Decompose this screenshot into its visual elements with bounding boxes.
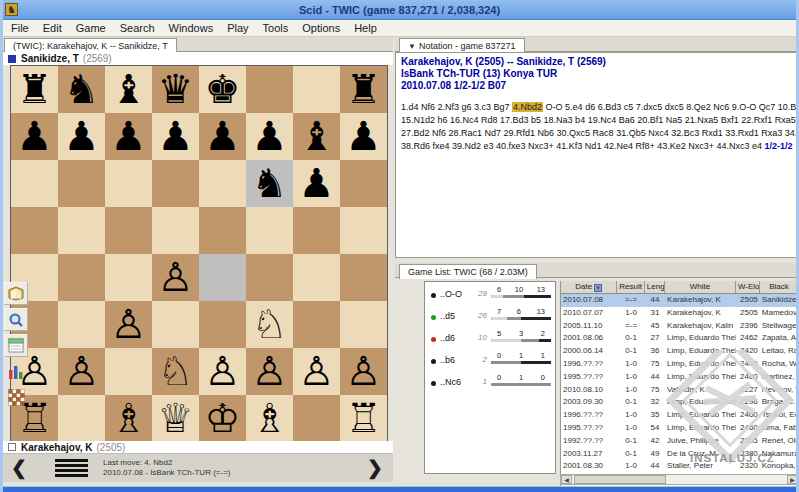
cell-length: 32 <box>645 396 665 409</box>
square-b6[interactable] <box>58 160 105 207</box>
square-b4[interactable] <box>58 254 105 301</box>
square-c4[interactable] <box>105 254 152 301</box>
square-d6[interactable] <box>152 160 199 207</box>
dropdown-triangle-icon: ▼ <box>408 42 416 51</box>
win-draw-loss-bar: 7613 <box>491 307 551 320</box>
white-king[interactable]: ♔ <box>199 395 246 442</box>
cell-length: 44 <box>645 460 665 473</box>
cell-white: Limp, Eduardo Thelio <box>665 358 736 371</box>
cell-result: 1-0 <box>617 422 644 435</box>
cell-black: Lima, Fabiano <box>760 422 799 435</box>
menu-item-game[interactable]: Game <box>69 22 113 34</box>
cell-result: 0-1 <box>617 332 644 345</box>
black-pawn[interactable]: ♟ <box>105 113 152 160</box>
cell-length: 42 <box>645 435 665 448</box>
column-header-date[interactable]: Date▼ <box>561 281 617 293</box>
square-e5[interactable] <box>199 207 246 254</box>
menu-item-help[interactable]: Help <box>347 22 384 34</box>
tree-move-row[interactable]: ..Nc61010 <box>425 370 555 392</box>
cell-date: 1995.??.?? <box>561 371 617 384</box>
cell-result: 0-1 <box>617 396 644 409</box>
black-queen[interactable]: ♛ <box>152 66 199 113</box>
game-row[interactable]: 2001.08.060-127Limp, Eduardo Thelio2462Z… <box>561 332 799 345</box>
cell-white: Limp, Eduardo Thelio <box>665 409 736 422</box>
cell-white: De la Cruz, M. <box>665 448 736 461</box>
square-c6[interactable] <box>105 160 152 207</box>
move-marker-dot <box>431 315 436 320</box>
square-f8[interactable] <box>246 66 293 113</box>
cell-result: 1-0 <box>617 409 644 422</box>
notation-tabstrip: ▼Notation - game 837271 <box>395 37 799 52</box>
tree-move-label: ..d6 <box>440 333 455 343</box>
cell-black: Martinez, Carlo <box>760 371 799 384</box>
square-a5[interactable] <box>11 207 58 254</box>
square-h6[interactable] <box>340 160 387 207</box>
square-h5[interactable] <box>340 207 387 254</box>
black-pawn[interactable]: ♟ <box>293 160 340 207</box>
cell-w-elo: 2227 <box>736 384 760 397</box>
tree-move-row[interactable]: ..b62011 <box>425 348 555 370</box>
scrollbar-thumb[interactable] <box>574 475 666 484</box>
white-pawn[interactable]: ♙ <box>340 348 387 395</box>
menu-item-file[interactable]: File <box>4 22 36 34</box>
bottom-player-rating: (2505) <box>97 442 126 453</box>
game-row[interactable]: 2005.11.10=-=45Karakehajov, Kalin2396Ste… <box>561 320 799 333</box>
tree-move-label: ..d5 <box>440 311 455 321</box>
white-bishop[interactable]: ♗ <box>246 395 293 442</box>
square-a7[interactable]: ♟ <box>11 113 58 160</box>
tree-move-row[interactable]: ..d5267613 <box>425 304 555 326</box>
move-marker-dot <box>431 359 436 364</box>
cell-length: 36 <box>645 345 665 358</box>
square-d4[interactable]: ♙ <box>152 254 199 301</box>
black-king[interactable]: ♚ <box>199 66 246 113</box>
board-tab[interactable]: (TWIC): Karakehajov, K -- Sanikidze, T <box>4 38 177 53</box>
cell-date: 2010.07.07 <box>561 307 617 320</box>
cell-result: 1-0 <box>617 307 644 320</box>
square-c1[interactable]: ♗ <box>105 395 152 442</box>
cell-result: 0-1 <box>617 345 644 358</box>
square-g8[interactable] <box>293 66 340 113</box>
menu-bar: FileEditGameSearchWindowsPlayToolsOption… <box>0 20 799 37</box>
square-d1[interactable]: ♕ <box>152 395 199 442</box>
cell-w-elo: 2460 <box>736 422 760 435</box>
game-row[interactable]: 2003.09.300-132Limp, Eduardo Thelio2296B… <box>561 396 799 409</box>
cell-length: 49 <box>645 448 665 461</box>
white-pawn[interactable]: ♙ <box>246 348 293 395</box>
cell-white: Limp, Eduardo Thelio <box>665 422 736 435</box>
current-move[interactable]: 4.Nbd2 <box>512 102 543 112</box>
white-pawn[interactable]: ♙ <box>293 348 340 395</box>
event-line: IsBank TCh-TUR (13) Konya TUR <box>401 68 797 80</box>
cell-date: 1996.??.?? <box>561 409 617 422</box>
menu-item-edit[interactable]: Edit <box>36 22 69 34</box>
square-f3[interactable]: ♘ <box>246 301 293 348</box>
gamelist-tabstrip: Game List: TWIC (68 / 2.03M) <box>395 263 799 278</box>
cell-black: Stellwagen, Da <box>760 320 799 333</box>
black-pawn[interactable]: ♟ <box>152 113 199 160</box>
black-side-icon <box>8 55 16 63</box>
cell-w-elo: 2320 <box>736 460 760 473</box>
square-e8[interactable]: ♚ <box>199 66 246 113</box>
move-marker-dot <box>431 337 436 342</box>
tree-move-count: 2 <box>471 355 487 364</box>
notation-panel[interactable]: Karakehajov, K (2505) -- Sanikidze, T (2… <box>395 52 799 258</box>
square-d2[interactable]: ♘ <box>152 348 199 395</box>
game-row[interactable]: 2001.08.301-044Staller, Peter2320Konopka… <box>561 460 799 473</box>
column-header-w-elo[interactable]: W-Elo <box>736 281 760 293</box>
book-icon[interactable] <box>4 282 28 305</box>
move-tree-panel[interactable]: ..O-O2961013..d5267613..d610532..b62011.… <box>424 281 556 474</box>
column-header-result[interactable]: Result <box>617 281 645 293</box>
top-player-bar: Sanikidze, T (2569) <box>3 52 393 65</box>
tree-move-label: ..O-O <box>440 289 462 299</box>
black-knight[interactable]: ♞ <box>246 160 293 207</box>
black-rook[interactable]: ♜ <box>11 66 58 113</box>
square-d7[interactable]: ♟ <box>152 113 199 160</box>
moves-line-3[interactable]: 27.Bd2 Nf6 28.Rac1 Nd7 29.Rfd1 Nb6 30.Qx… <box>401 127 797 140</box>
date-result-eco-line: 2010.07.08 1/2-1/2 B07 <box>401 80 797 92</box>
cell-white: Limp, Eduardo Thelio <box>665 345 736 358</box>
cell-length: 45 <box>645 320 665 333</box>
cell-w-elo: 2305 <box>736 435 760 448</box>
game-row[interactable]: 1996.??.??1-035Limp, Eduardo Thelio2460T… <box>561 409 799 422</box>
cell-black: Mamedov, Nid <box>760 307 799 320</box>
scroll-left-icon[interactable]: ◀ <box>561 475 572 484</box>
cell-white: Karakehajov, K <box>665 294 736 307</box>
cell-black: Nakamura, H. <box>760 448 799 461</box>
cell-date: 1996.??.?? <box>561 358 617 371</box>
win-draw-loss-bar: 532 <box>491 329 551 342</box>
table-header: Date▼ResultLengthWhiteW-EloBlack <box>561 281 799 294</box>
square-d8[interactable]: ♛ <box>152 66 199 113</box>
game-row[interactable]: 1995.??.??1-044Limp, Eduardo Thelio2460M… <box>561 371 799 384</box>
tree-move-label: ..Nc6 <box>440 377 461 387</box>
square-e2[interactable]: ♙ <box>199 348 246 395</box>
cell-white: Vafiadis, K <box>665 384 736 397</box>
tree-move-row[interactable]: ..d610532 <box>425 326 555 348</box>
tree-move-count: 29 <box>471 289 487 298</box>
square-g3[interactable] <box>293 301 340 348</box>
square-h4[interactable] <box>340 254 387 301</box>
cell-w-elo: 2396 <box>736 320 760 333</box>
cell-result: 1-0 <box>617 358 644 371</box>
tree-move-label: ..b6 <box>440 355 455 365</box>
cell-black: Braga, C. <box>760 396 799 409</box>
cell-black: Tsuboi, Edson <box>760 409 799 422</box>
menu-item-windows[interactable]: Windows <box>162 22 221 34</box>
bottom-player-name: Karakehajov, K <box>21 442 93 453</box>
menu-item-search[interactable]: Search <box>113 22 162 34</box>
cell-date: 2003.09.30 <box>561 396 617 409</box>
black-knight[interactable]: ♞ <box>58 66 105 113</box>
tree-move-count: 26 <box>471 311 487 320</box>
tree-move-count: 10 <box>471 333 487 342</box>
square-h8[interactable]: ♜ <box>340 66 387 113</box>
cell-w-elo: 2420 <box>736 345 760 358</box>
square-e3[interactable] <box>199 301 246 348</box>
list-icon[interactable] <box>4 334 28 357</box>
window-bottom-frame <box>0 486 799 492</box>
title-bar[interactable]: ♞ Scid - TWIC (game 837,271 / 2,038,324) <box>0 0 799 20</box>
square-f1[interactable]: ♗ <box>246 395 293 442</box>
cell-w-elo: 2460 <box>736 409 760 422</box>
board-tabstrip: (TWIC): Karakehajov, K -- Sanikidze, T <box>3 37 393 52</box>
cell-date: 1995.??.?? <box>561 422 617 435</box>
cell-black: Sanikidze, T <box>760 294 799 307</box>
cell-result: 1-0 <box>617 384 644 397</box>
square-f2[interactable]: ♙ <box>246 348 293 395</box>
square-b7[interactable]: ♟ <box>58 113 105 160</box>
tree-move-count: 1 <box>471 377 487 386</box>
square-d3[interactable] <box>152 301 199 348</box>
black-pawn[interactable]: ♟ <box>246 113 293 160</box>
square-c8[interactable]: ♝ <box>105 66 152 113</box>
cell-result: 1-0 <box>617 460 644 473</box>
cell-length: 31 <box>645 307 665 320</box>
square-g5[interactable] <box>293 207 340 254</box>
square-f6[interactable]: ♞ <box>246 160 293 207</box>
game-result: 1/2-1/2 <box>764 141 792 151</box>
cell-result: =-= <box>617 320 644 333</box>
win-draw-loss-bar: 010 <box>491 373 551 386</box>
cell-black: Zapata, A. <box>760 332 799 345</box>
chess-board[interactable]: ♜♞♝♛♚♜♟♟♟♟♟♟♝♟♞♟♙♙♘♙♙♘♙♙♙♙♖♗♕♔♗♖ <box>10 65 388 443</box>
cell-length: 44 <box>645 294 665 307</box>
cell-date: 2010.07.08 <box>561 294 617 307</box>
game-info-text: 2010.07.08 - IsBank TCh-TUR (=-=) <box>103 468 230 478</box>
cell-result: 0-1 <box>617 448 644 461</box>
square-c2[interactable] <box>105 348 152 395</box>
white-side-icon <box>8 443 16 451</box>
black-pawn[interactable]: ♟ <box>199 113 246 160</box>
win-draw-loss-bar: 011 <box>491 351 551 364</box>
moves-line-1[interactable]: 1.d4 Nf6 2.Nf3 g6 3.c3 Bg7 4.Nbd2 O-O 5.… <box>401 101 797 114</box>
cell-white: Limp, Eduardo Thelio <box>665 332 736 345</box>
moves-line-4[interactable]: 38.Rd6 fxe4 39.Nd2 e3 40.fxe3 Nxc3+ 41.K… <box>401 140 797 153</box>
win-draw-loss-bar: 61013 <box>491 285 551 298</box>
square-e7[interactable]: ♟ <box>199 113 246 160</box>
game-row[interactable]: 2010.07.071-031Karakehajov, K2505Mamedov… <box>561 307 799 320</box>
cell-date: 2001.08.06 <box>561 332 617 345</box>
notation-tab[interactable]: ▼Notation - game 837271 <box>399 38 525 53</box>
square-b8[interactable]: ♞ <box>58 66 105 113</box>
cell-length: 35 <box>645 409 665 422</box>
black-pawn[interactable]: ♟ <box>58 113 105 160</box>
black-pawn[interactable]: ♟ <box>340 113 387 160</box>
white-rook[interactable]: ♖ <box>340 395 387 442</box>
white-knight[interactable]: ♘ <box>246 301 293 348</box>
white-pawn[interactable]: ♙ <box>152 254 199 301</box>
black-pawn[interactable]: ♟ <box>11 113 58 160</box>
square-b1[interactable] <box>58 395 105 442</box>
white-bishop[interactable]: ♗ <box>105 395 152 442</box>
square-c7[interactable]: ♟ <box>105 113 152 160</box>
cell-date: 2003.11.27 <box>561 448 617 461</box>
scid-window: ♞ Scid - TWIC (game 837,271 / 2,038,324)… <box>0 0 799 492</box>
game-row[interactable]: 2010.07.08=-=44Karakehajov, K2505Sanikid… <box>561 294 799 307</box>
cell-white: Staller, Peter <box>665 460 736 473</box>
cell-date: 2001.08.30 <box>561 460 617 473</box>
move-marker-dot <box>431 381 436 386</box>
cell-date: 2010.08.10 <box>561 384 617 397</box>
game-row[interactable]: 1996.??.??1-075Limp, Eduardo Thelio2460R… <box>561 358 799 371</box>
square-b2[interactable]: ♙ <box>58 348 105 395</box>
game-list-table: Date▼ResultLengthWhiteW-EloBlack 2010.07… <box>560 281 799 486</box>
cell-white: Karakehajov, Kalin <box>665 320 736 333</box>
game-row[interactable]: 2000.06.140-136Limp, Eduardo Thelio2420L… <box>561 345 799 358</box>
cell-result: =-= <box>617 294 644 307</box>
square-f5[interactable] <box>246 207 293 254</box>
cell-w-elo: 2296 <box>736 396 760 409</box>
square-c5[interactable] <box>105 207 152 254</box>
column-header-length[interactable]: Length <box>645 281 665 293</box>
cell-length: 75 <box>645 358 665 371</box>
black-bishop[interactable]: ♝ <box>293 113 340 160</box>
next-move-button[interactable]: ❯ <box>367 456 383 479</box>
square-g4[interactable] <box>293 254 340 301</box>
game-row[interactable]: 2010.08.101-075Vafiadis, K2227Neverov, V <box>561 384 799 397</box>
menu-item-tools[interactable]: Tools <box>256 22 296 34</box>
column-header-white[interactable]: White <box>665 281 736 293</box>
black-bishop[interactable]: ♝ <box>105 66 152 113</box>
gamelist-tab[interactable]: Game List: TWIC (68 / 2.03M) <box>399 264 537 279</box>
nav-status: Last move: 4. Nbd2 2010.07.08 - IsBank T… <box>103 458 230 478</box>
square-b5[interactable] <box>58 207 105 254</box>
cell-black: Leitao, Rafael <box>760 345 799 358</box>
cell-length: 27 <box>645 332 665 345</box>
table-body: 2010.07.08=-=44Karakehajov, K2505Sanikid… <box>561 294 799 486</box>
cell-w-elo: 2460 <box>736 358 760 371</box>
cell-w-elo: 2505 <box>736 307 760 320</box>
sort-indicator-icon[interactable]: ▼ <box>594 284 602 292</box>
square-e1[interactable]: ♔ <box>199 395 246 442</box>
cell-date: 2005.11.10 <box>561 320 617 333</box>
move-marker-dot <box>431 293 436 298</box>
chart-icon[interactable] <box>4 360 28 383</box>
square-g1[interactable] <box>293 395 340 442</box>
tree-move-row[interactable]: ..O-O2961013 <box>425 282 555 304</box>
square-f7[interactable]: ♟ <box>246 113 293 160</box>
cell-black: Neverov, V <box>760 384 799 397</box>
cell-date: 2000.06.14 <box>561 345 617 358</box>
square-a6[interactable] <box>11 160 58 207</box>
square-g6[interactable]: ♟ <box>293 160 340 207</box>
square-h2[interactable]: ♙ <box>340 348 387 395</box>
top-player-name: Sanikidze, T <box>21 53 79 64</box>
game-row[interactable]: 2003.11.270-149De la Cruz, M.2380Nakamur… <box>561 448 799 461</box>
cell-black: Konopka, Michal <box>760 460 799 473</box>
cell-w-elo: 2460 <box>736 371 760 384</box>
white-pawn[interactable]: ♙ <box>199 348 246 395</box>
window-title: Scid - TWIC (game 837,271 / 2,038,324) <box>0 4 799 16</box>
square-g7[interactable]: ♝ <box>293 113 340 160</box>
white-pawn[interactable]: ♙ <box>105 301 152 348</box>
square-c3[interactable]: ♙ <box>105 301 152 348</box>
cell-date: 1992.??.?? <box>561 435 617 448</box>
menu-item-play[interactable]: Play <box>220 22 255 34</box>
board-icon[interactable] <box>4 386 28 409</box>
square-h3[interactable] <box>340 301 387 348</box>
cell-white: Karakehajov, K <box>665 307 736 320</box>
cell-w-elo: 2380 <box>736 448 760 461</box>
menu-item-options[interactable]: Options <box>295 22 347 34</box>
cell-w-elo: 2505 <box>736 294 760 307</box>
cell-white: Limp, Eduardo Thelio <box>665 396 736 409</box>
last-move-text: Last move: 4. Nbd2 <box>103 458 230 468</box>
white-queen[interactable]: ♕ <box>152 395 199 442</box>
cell-length: 54 <box>645 422 665 435</box>
prev-move-button[interactable]: ❮ <box>11 456 27 479</box>
square-h1[interactable]: ♖ <box>340 395 387 442</box>
scroll-right-icon[interactable]: ▶ <box>787 475 798 484</box>
square-h7[interactable]: ♟ <box>340 113 387 160</box>
game-row[interactable]: 1995.??.??1-054Limp, Eduardo Thelio2460L… <box>561 422 799 435</box>
white-knight[interactable]: ♘ <box>152 348 199 395</box>
top-player-rating: (2569) <box>83 53 112 64</box>
square-g2[interactable]: ♙ <box>293 348 340 395</box>
board-menu-icon[interactable] <box>55 459 88 479</box>
black-rook[interactable]: ♜ <box>340 66 387 113</box>
cell-length: 44 <box>645 371 665 384</box>
cell-black: Renet, Olivier <box>760 435 799 448</box>
square-e4[interactable] <box>199 254 246 301</box>
column-header-black[interactable]: Black <box>760 281 799 293</box>
game-row[interactable]: 1992.??.??0-142Julve, Philippe2305Renet,… <box>561 435 799 448</box>
cell-result: 1-0 <box>617 371 644 384</box>
moves-line-2[interactable]: 15.N1d2 h6 16.Nc4 Rd8 17.Bd3 b5 18.Na3 b… <box>401 114 797 127</box>
bottom-player-bar: Karakehajov, K (2505) <box>3 441 393 453</box>
cell-result: 0-1 <box>617 435 644 448</box>
cell-white: Limp, Eduardo Thelio <box>665 371 736 384</box>
square-e6[interactable] <box>199 160 246 207</box>
cell-w-elo: 2462 <box>736 332 760 345</box>
square-b3[interactable] <box>58 301 105 348</box>
horizontal-scrollbar[interactable]: ◀ ▶ <box>560 474 799 485</box>
app-icon: ♞ <box>5 3 18 16</box>
board-navbar: ❮ Last move: 4. Nbd2 2010.07.08 - IsBank… <box>3 453 393 482</box>
cell-white: Julve, Philippe <box>665 435 736 448</box>
cell-black: Rocha, Welingt <box>760 358 799 371</box>
players-line: Karakehajov, K (2505) -- Sanikidze, T (2… <box>401 56 797 68</box>
square-a8[interactable]: ♜ <box>11 66 58 113</box>
search-icon[interactable] <box>4 308 28 331</box>
white-pawn[interactable]: ♙ <box>58 348 105 395</box>
square-d5[interactable] <box>152 207 199 254</box>
square-f4[interactable] <box>246 254 293 301</box>
cell-length: 75 <box>645 384 665 397</box>
